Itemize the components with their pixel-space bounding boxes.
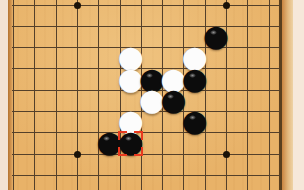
grid-vertical-line (13, 0, 14, 190)
gomoku-app-screenshot: ●●●●●●●●●●●●● (0, 0, 304, 190)
stone-highlight (210, 30, 217, 35)
black-stone: ● (184, 69, 206, 91)
star-point (223, 151, 230, 158)
grid-vertical-line (247, 0, 248, 190)
grid-horizontal-line (12, 132, 280, 133)
marker-corner-tr (134, 131, 143, 140)
marker-corner-bl (118, 147, 127, 156)
stone-highlight (189, 73, 196, 78)
grid-horizontal-line (12, 47, 280, 48)
stone-glyph: ● (181, 106, 207, 136)
grid-horizontal-line (12, 154, 280, 155)
grid-horizontal-line (12, 26, 280, 27)
stone-highlight (146, 73, 153, 78)
grid-vertical-line (269, 0, 270, 190)
grid-vertical-line (98, 0, 99, 190)
grid-horizontal-line (12, 5, 280, 6)
black-stone: ● (205, 26, 227, 48)
stone-highlight (189, 115, 196, 120)
grid-horizontal-line (12, 175, 280, 176)
marker-corner-tl (118, 131, 127, 140)
star-point (74, 151, 81, 158)
stone-highlight (167, 94, 174, 99)
grid-vertical-line (77, 0, 78, 190)
board-grid-layer[interactable]: ●●●●●●●●●●●●● (0, 0, 304, 190)
grid-vertical-line (34, 0, 35, 190)
black-stone: ● (184, 111, 206, 133)
star-point (223, 2, 230, 9)
last-move-marker (118, 131, 143, 156)
grid-vertical-line (56, 0, 57, 190)
marker-corner-br (134, 147, 143, 156)
star-point (74, 2, 81, 9)
